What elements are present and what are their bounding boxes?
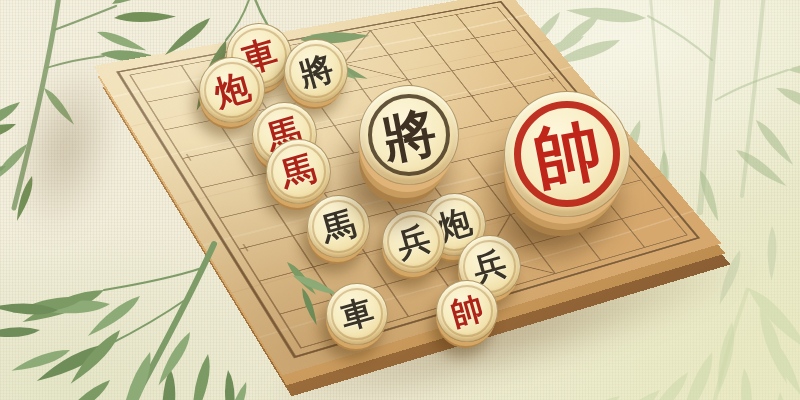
piece-character: 帥 bbox=[447, 291, 487, 331]
piece-red-cannon[interactable]: 炮 bbox=[199, 57, 265, 123]
piece-character: 馬 bbox=[318, 206, 359, 247]
piece-character: 將 bbox=[378, 104, 440, 166]
piece-black-horse[interactable]: 馬 bbox=[307, 195, 370, 258]
piece-red-horse[interactable]: 馬 bbox=[266, 139, 331, 204]
piece-black-general[interactable]: 將 bbox=[284, 39, 348, 103]
piece-character: 將 bbox=[296, 51, 337, 92]
piece-black-general-floating[interactable]: 將 bbox=[359, 85, 459, 185]
piece-red-general-floating[interactable]: 帥 bbox=[504, 91, 630, 217]
piece-character: 帥 bbox=[528, 115, 607, 194]
piece-black-soldier[interactable]: 兵 bbox=[382, 210, 445, 273]
piece-black-chariot[interactable]: 車 bbox=[326, 283, 388, 345]
piece-character: 車 bbox=[337, 294, 377, 334]
piece-character: 馬 bbox=[277, 150, 319, 192]
piece-red-general[interactable]: 帥 bbox=[436, 280, 498, 342]
piece-character: 兵 bbox=[393, 221, 434, 262]
xiangqi-promo-scene: 車將炮馬馬炮馬兵兵帥車將帥 bbox=[0, 0, 800, 400]
piece-character: 炮 bbox=[210, 68, 253, 111]
